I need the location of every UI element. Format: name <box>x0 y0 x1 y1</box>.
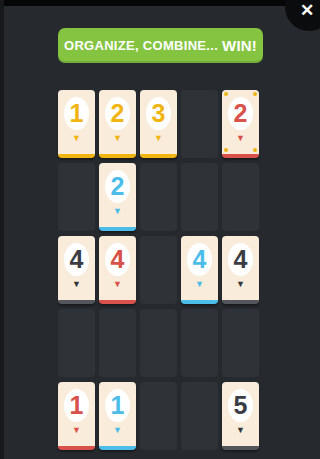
card-4-blue[interactable]: 4▼ <box>181 236 218 304</box>
board-cell[interactable] <box>222 309 259 377</box>
card-2-yellow[interactable]: 2▼ <box>99 90 136 158</box>
corner-dot <box>253 148 257 152</box>
board-cell[interactable] <box>140 309 177 377</box>
board-cell[interactable] <box>181 309 218 377</box>
card-suit-icon: ▼ <box>236 280 245 289</box>
card-value: 2 <box>111 101 125 126</box>
board-cell[interactable] <box>222 163 259 231</box>
board-cell[interactable] <box>181 382 218 450</box>
banner-text: ORGANIZE, COMBINE... <box>64 38 218 53</box>
board-cell[interactable]: 4▼ <box>99 236 136 304</box>
card-suit-icon: ▼ <box>72 134 81 143</box>
board-cell[interactable]: 2▼ <box>99 90 136 158</box>
card-number-oval: 4 <box>105 243 130 276</box>
board-grid: 1▼2▼3▼2▼2▼4▼4▼4▼4▼1▼1▼5▼ <box>58 90 259 450</box>
card-value: 2 <box>111 174 125 199</box>
card-number-oval: 3 <box>146 97 171 130</box>
card-number-oval: 5 <box>228 389 253 422</box>
corner-dot <box>224 92 228 96</box>
board-cell[interactable]: 1▼ <box>58 382 95 450</box>
board-cell[interactable] <box>140 236 177 304</box>
board-cell[interactable] <box>181 163 218 231</box>
card-suit-icon: ▼ <box>195 280 204 289</box>
card-suit-icon: ▼ <box>154 134 163 143</box>
card-2-blue[interactable]: 2▼ <box>99 163 136 231</box>
game-screen: ✕ ORGANIZE, COMBINE... WIN! 1▼2▼3▼2▼2▼4▼… <box>0 0 320 459</box>
card-value: 4 <box>234 247 248 272</box>
card-number-oval: 4 <box>187 243 212 276</box>
card-3-yellow[interactable]: 3▼ <box>140 90 177 158</box>
card-number-oval: 2 <box>105 170 130 203</box>
card-2-red[interactable]: 2▼ <box>222 90 259 158</box>
left-edge-bar <box>0 0 4 459</box>
banner-text-emphasis: WIN! <box>222 37 257 54</box>
card-value: 4 <box>193 247 207 272</box>
card-value: 1 <box>111 393 125 418</box>
board-cell[interactable]: 2▼ <box>99 163 136 231</box>
card-number-oval: 1 <box>105 389 130 422</box>
corner-dot <box>224 148 228 152</box>
card-suit-icon: ▼ <box>236 134 245 143</box>
top-edge-bar <box>0 0 320 6</box>
card-suit-icon: ▼ <box>236 426 245 435</box>
card-4-black[interactable]: 4▼ <box>58 236 95 304</box>
board-cell[interactable]: 4▼ <box>222 236 259 304</box>
card-value: 5 <box>234 393 248 418</box>
card-4-red[interactable]: 4▼ <box>99 236 136 304</box>
card-value: 3 <box>152 101 166 126</box>
card-4-black[interactable]: 4▼ <box>222 236 259 304</box>
hint-banner: ORGANIZE, COMBINE... WIN! <box>58 28 263 63</box>
board-cell[interactable] <box>140 382 177 450</box>
card-suit-icon: ▼ <box>113 134 122 143</box>
card-value: 1 <box>70 101 84 126</box>
card-number-oval: 4 <box>64 243 89 276</box>
board-cell[interactable] <box>99 309 136 377</box>
card-1-yellow[interactable]: 1▼ <box>58 90 95 158</box>
board-cell[interactable]: 5▼ <box>222 382 259 450</box>
card-value: 4 <box>111 247 125 272</box>
board-cell[interactable]: 1▼ <box>99 382 136 450</box>
board-cell[interactable] <box>140 163 177 231</box>
card-value: 2 <box>234 101 248 126</box>
card-1-red[interactable]: 1▼ <box>58 382 95 450</box>
card-number-oval: 2 <box>228 97 253 130</box>
card-suit-icon: ▼ <box>113 426 122 435</box>
card-suit-icon: ▼ <box>113 280 122 289</box>
board-cell[interactable] <box>58 163 95 231</box>
board-cell[interactable]: 4▼ <box>181 236 218 304</box>
close-button[interactable]: ✕ <box>285 0 320 31</box>
card-number-oval: 1 <box>64 389 89 422</box>
close-icon: ✕ <box>300 2 314 19</box>
card-number-oval: 1 <box>64 97 89 130</box>
card-suit-icon: ▼ <box>72 426 81 435</box>
card-suit-icon: ▼ <box>113 207 122 216</box>
board-cell[interactable]: 4▼ <box>58 236 95 304</box>
board-cell[interactable]: 2▼ <box>222 90 259 158</box>
card-number-oval: 4 <box>228 243 253 276</box>
card-value: 4 <box>70 247 84 272</box>
card-number-oval: 2 <box>105 97 130 130</box>
board-cell[interactable]: 1▼ <box>58 90 95 158</box>
card-value: 1 <box>70 393 84 418</box>
board-cell[interactable] <box>181 90 218 158</box>
card-1-blue[interactable]: 1▼ <box>99 382 136 450</box>
board-cell[interactable]: 3▼ <box>140 90 177 158</box>
card-5-black[interactable]: 5▼ <box>222 382 259 450</box>
corner-dot <box>253 92 257 96</box>
card-suit-icon: ▼ <box>72 280 81 289</box>
board-cell[interactable] <box>58 309 95 377</box>
